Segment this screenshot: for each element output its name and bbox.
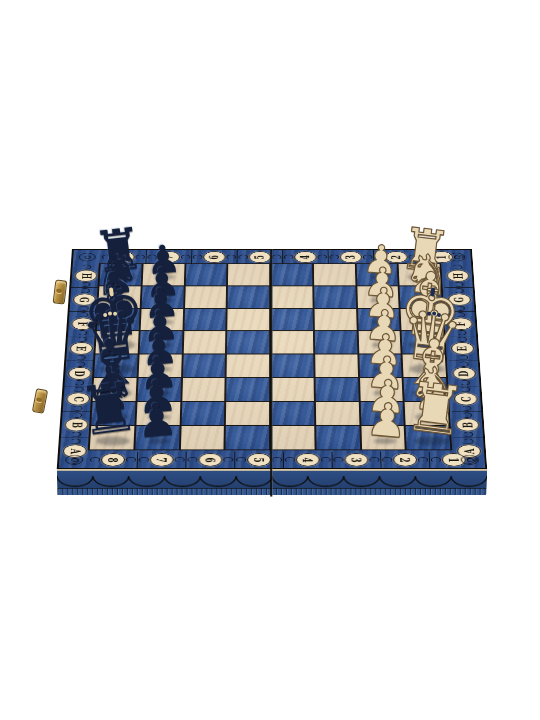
square-e5 bbox=[227, 331, 269, 353]
file-label-E: E bbox=[451, 342, 475, 354]
scroll-curl-icon bbox=[77, 330, 87, 335]
scroll-curl-icon bbox=[74, 380, 84, 385]
square-b8 bbox=[91, 402, 135, 425]
square-g5 bbox=[228, 286, 269, 307]
file-label-C: C bbox=[66, 393, 90, 406]
square-f6 bbox=[184, 309, 226, 331]
square-b2 bbox=[360, 402, 404, 425]
board-scene: 87654321 87654321 HGFEDCBA HGFEDCBA bbox=[0, 0, 540, 720]
rank-label-7: 7 bbox=[150, 453, 174, 466]
rank-label-5: 5 bbox=[247, 453, 271, 466]
scroll-curl-icon bbox=[458, 355, 468, 360]
rank-label-5: 5 bbox=[249, 251, 271, 262]
square-b1 bbox=[405, 402, 449, 425]
square-h5 bbox=[228, 264, 269, 285]
square-c2 bbox=[360, 378, 403, 401]
scroll-curl-icon bbox=[71, 432, 81, 437]
corner-ornament bbox=[73, 250, 102, 264]
rank-label-cell-2: 2 bbox=[373, 250, 419, 264]
rank-label-cell-4: 4 bbox=[283, 452, 332, 468]
file-label-cell-D: D bbox=[449, 361, 480, 386]
file-label-cell-A: A bbox=[454, 438, 485, 465]
square-f1 bbox=[401, 309, 444, 331]
file-label-H: H bbox=[446, 270, 469, 282]
scroll-curl-icon bbox=[418, 457, 428, 462]
square-h1 bbox=[399, 264, 441, 285]
rank-label-cell-3: 3 bbox=[328, 250, 374, 264]
scroll-curl-icon bbox=[236, 457, 246, 462]
square-g1 bbox=[400, 286, 442, 307]
square-a8 bbox=[90, 426, 134, 450]
scroll-curl-icon bbox=[382, 457, 392, 462]
scroll-curl-icon bbox=[147, 255, 156, 260]
square-d5 bbox=[227, 354, 269, 376]
file-label-cell-B: B bbox=[61, 411, 92, 437]
file-label-H: H bbox=[74, 270, 97, 282]
square-g6 bbox=[185, 286, 227, 307]
rank-label-3: 3 bbox=[340, 251, 363, 262]
rank-label-cell-6: 6 bbox=[191, 250, 237, 264]
square-c5 bbox=[226, 378, 269, 401]
scroll-curl-icon bbox=[465, 458, 475, 463]
scroll-curl-icon bbox=[90, 457, 100, 462]
scroll-curl-icon bbox=[461, 406, 471, 411]
file-label-F: F bbox=[449, 318, 473, 330]
square-c1 bbox=[404, 378, 448, 401]
square-a7 bbox=[135, 426, 179, 450]
scroll-curl-icon bbox=[82, 265, 92, 270]
rank-label-6: 6 bbox=[198, 453, 222, 466]
scroll-curl-icon bbox=[455, 306, 465, 311]
ring-ornament-icon bbox=[65, 455, 84, 465]
file-label-cell-H: H bbox=[443, 264, 473, 287]
square-e2 bbox=[358, 331, 401, 353]
rank-label-cell-7: 7 bbox=[137, 452, 186, 468]
file-label-cell-C: C bbox=[450, 386, 481, 412]
rank-label-2: 2 bbox=[385, 251, 408, 262]
square-d1 bbox=[403, 354, 446, 376]
square-a2 bbox=[361, 426, 405, 450]
file-label-A: A bbox=[457, 445, 482, 458]
file-label-cell-C: C bbox=[63, 386, 94, 412]
square-f2 bbox=[358, 309, 400, 331]
square-b3 bbox=[316, 402, 359, 425]
square-a5 bbox=[226, 426, 269, 450]
rank-label-4: 4 bbox=[296, 453, 320, 466]
square-c8 bbox=[93, 378, 137, 401]
square-a3 bbox=[316, 426, 360, 450]
square-c6 bbox=[182, 378, 225, 401]
scroll-curl-icon bbox=[459, 362, 469, 367]
rank-label-1: 1 bbox=[442, 453, 467, 466]
rank-label-6: 6 bbox=[203, 251, 226, 262]
scroll-curl-icon bbox=[457, 337, 467, 342]
scroll-curl-icon bbox=[454, 282, 464, 287]
scroll-curl-icon bbox=[226, 255, 235, 260]
rank-label-cell-2: 2 bbox=[380, 452, 429, 468]
scroll-curl-icon bbox=[102, 255, 112, 260]
scroll-curl-icon bbox=[223, 457, 233, 462]
board-front-edge bbox=[57, 469, 487, 495]
square-e7 bbox=[139, 331, 182, 353]
square-g3 bbox=[314, 286, 356, 307]
scroll-curl-icon bbox=[463, 439, 473, 444]
scroll-curl-icon bbox=[272, 255, 281, 260]
ring-ornament-icon bbox=[448, 253, 465, 262]
rank-label-cell-4: 4 bbox=[282, 250, 328, 264]
square-h4 bbox=[271, 264, 312, 285]
scroll-curl-icon bbox=[420, 255, 430, 260]
scroll-curl-icon bbox=[375, 255, 384, 260]
scroll-curl-icon bbox=[272, 457, 282, 462]
scroll-curl-icon bbox=[193, 255, 202, 260]
scroll-curl-icon bbox=[181, 255, 190, 260]
scroll-curl-icon bbox=[454, 288, 464, 293]
square-c3 bbox=[315, 378, 358, 401]
square-a1 bbox=[406, 426, 450, 450]
square-h6 bbox=[185, 264, 226, 285]
file-label-E: E bbox=[69, 342, 93, 354]
scroll-curl-icon bbox=[317, 255, 326, 260]
fold-seam-edge bbox=[270, 468, 273, 497]
file-label-D: D bbox=[68, 367, 92, 379]
file-label-D: D bbox=[452, 367, 476, 379]
file-label-cell-B: B bbox=[452, 411, 483, 437]
rank-label-cell-5: 5 bbox=[237, 250, 283, 264]
scroll-curl-icon bbox=[462, 413, 472, 418]
scroll-curl-icon bbox=[72, 413, 82, 418]
scroll-curl-icon bbox=[334, 457, 344, 462]
file-label-F: F bbox=[71, 318, 95, 330]
scroll-curl-icon bbox=[457, 330, 467, 335]
scroll-curl-icon bbox=[408, 255, 418, 260]
file-label-cell-G: G bbox=[70, 287, 100, 311]
square-b6 bbox=[181, 402, 224, 425]
file-label-C: C bbox=[454, 393, 478, 406]
square-f5 bbox=[227, 309, 269, 331]
scroll-curl-icon bbox=[74, 387, 84, 392]
rank-label-cell-8: 8 bbox=[101, 250, 146, 264]
file-label-cell-H: H bbox=[71, 264, 101, 287]
corner-ornament bbox=[442, 250, 471, 264]
rank-label-4: 4 bbox=[294, 251, 316, 262]
file-label-cell-G: G bbox=[445, 287, 475, 311]
rank-label-cell-6: 6 bbox=[185, 452, 234, 468]
scroll-curl-icon bbox=[284, 255, 293, 260]
file-label-cell-F: F bbox=[68, 311, 98, 335]
square-g4 bbox=[271, 286, 312, 307]
scroll-curl-icon bbox=[79, 306, 89, 311]
square-d2 bbox=[359, 354, 402, 376]
square-f4 bbox=[271, 309, 313, 331]
rank-label-2: 2 bbox=[393, 453, 417, 466]
scroll-curl-icon bbox=[460, 380, 470, 385]
rank-label-cell-7: 7 bbox=[145, 250, 191, 264]
file-label-B: B bbox=[64, 418, 88, 431]
square-b7 bbox=[136, 402, 180, 425]
scroll-curl-icon bbox=[175, 457, 185, 462]
square-f7 bbox=[140, 309, 182, 331]
file-label-cell-F: F bbox=[446, 311, 476, 335]
rank-label-cell-8: 8 bbox=[89, 452, 138, 468]
corner-ornament bbox=[454, 452, 485, 468]
square-h2 bbox=[356, 264, 398, 285]
file-label-cell-E: E bbox=[66, 336, 96, 361]
square-d6 bbox=[183, 354, 226, 376]
ring-ornament-icon bbox=[460, 455, 479, 465]
scroll-curl-icon bbox=[321, 457, 331, 462]
rank-label-7: 7 bbox=[158, 251, 181, 262]
photo-canvas: 87654321 87654321 HGFEDCBA HGFEDCBA ♜♞♝♚… bbox=[0, 0, 540, 720]
square-b5 bbox=[226, 402, 269, 425]
square-e6 bbox=[183, 331, 225, 353]
square-f8 bbox=[97, 309, 140, 331]
scroll-curl-icon bbox=[76, 355, 86, 360]
square-e4 bbox=[271, 331, 313, 353]
square-h3 bbox=[314, 264, 355, 285]
chessboard: 87654321 87654321 HGFEDCBA HGFEDCBA bbox=[57, 249, 487, 469]
file-label-cell-A: A bbox=[59, 438, 90, 465]
square-g8 bbox=[98, 286, 140, 307]
square-h8 bbox=[99, 264, 141, 285]
square-h7 bbox=[142, 264, 184, 285]
square-e8 bbox=[95, 331, 138, 353]
scroll-curl-icon bbox=[369, 457, 379, 462]
file-label-A: A bbox=[63, 445, 88, 458]
rank-label-cell-3: 3 bbox=[331, 452, 380, 468]
square-c7 bbox=[137, 378, 180, 401]
file-label-G: G bbox=[73, 294, 96, 306]
square-e1 bbox=[402, 331, 445, 353]
scroll-curl-icon bbox=[79, 312, 89, 317]
rank-label-8: 8 bbox=[101, 453, 126, 466]
scroll-curl-icon bbox=[239, 255, 248, 260]
scroll-curl-icon bbox=[75, 362, 85, 367]
scroll-curl-icon bbox=[126, 457, 136, 462]
scroll-curl-icon bbox=[139, 457, 149, 462]
square-d8 bbox=[94, 354, 137, 376]
file-label-G: G bbox=[448, 294, 471, 306]
scroll-curl-icon bbox=[69, 458, 79, 463]
scroll-curl-icon bbox=[453, 265, 463, 270]
scroll-curl-icon bbox=[460, 387, 470, 392]
scroll-curl-icon bbox=[330, 255, 339, 260]
rank-label-3: 3 bbox=[344, 453, 368, 466]
scroll-curl-icon bbox=[81, 282, 91, 287]
file-label-B: B bbox=[455, 418, 479, 431]
square-g7 bbox=[141, 286, 183, 307]
square-a4 bbox=[271, 426, 314, 450]
rank-label-cell-1: 1 bbox=[429, 452, 479, 468]
scroll-curl-icon bbox=[135, 255, 145, 260]
square-e3 bbox=[315, 331, 357, 353]
corner-ornament bbox=[59, 452, 90, 468]
scroll-curl-icon bbox=[363, 255, 372, 260]
scroll-curl-icon bbox=[431, 457, 441, 462]
scroll-curl-icon bbox=[456, 312, 466, 317]
square-b4 bbox=[271, 402, 314, 425]
file-label-cell-D: D bbox=[64, 361, 95, 386]
rank-label-8: 8 bbox=[112, 251, 135, 262]
scroll-curl-icon bbox=[80, 288, 90, 293]
file-label-cell-E: E bbox=[448, 336, 478, 361]
square-d4 bbox=[271, 354, 313, 376]
ring-ornament-icon bbox=[79, 253, 96, 262]
square-d7 bbox=[138, 354, 181, 376]
rank-labels-back: 87654321 bbox=[101, 250, 444, 264]
scroll-curl-icon bbox=[285, 457, 295, 462]
square-d3 bbox=[315, 354, 358, 376]
scroll-curl-icon bbox=[73, 406, 83, 411]
square-f3 bbox=[314, 309, 356, 331]
square-c4 bbox=[271, 378, 314, 401]
square-a6 bbox=[180, 426, 224, 450]
scroll-curl-icon bbox=[187, 457, 197, 462]
scroll-curl-icon bbox=[467, 457, 477, 462]
scroll-curl-icon bbox=[70, 439, 80, 444]
fold-seam bbox=[270, 249, 273, 469]
square-g2 bbox=[357, 286, 399, 307]
scroll-curl-icon bbox=[463, 432, 473, 437]
scroll-curl-icon bbox=[77, 337, 87, 342]
rank-label-cell-5: 5 bbox=[234, 452, 283, 468]
